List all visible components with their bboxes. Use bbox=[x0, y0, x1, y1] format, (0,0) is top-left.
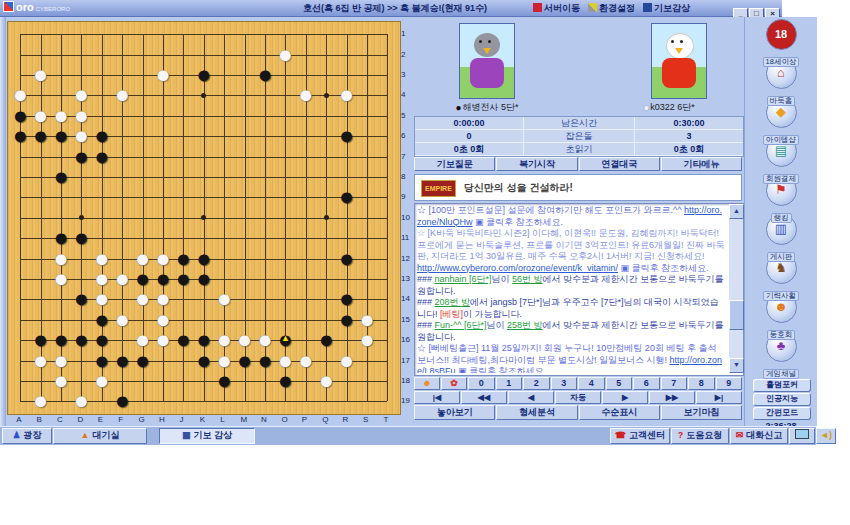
sidebar-item-label: 게임채널 bbox=[763, 369, 799, 379]
column-label: R bbox=[343, 415, 349, 424]
taskbar: ♟광장▲대기실▦기보 감상☎고객센터?도움요청✉대화신고◄) bbox=[0, 426, 816, 445]
adult-18-icon: 18 bbox=[766, 19, 797, 50]
white-stone: ● bbox=[133, 289, 153, 309]
chat-message: ### nanhain [6단*]님이 56번 방에서 맞수분과 제한시간 보통… bbox=[417, 274, 725, 297]
chat-messages: ☆ [100만 포인트설문] 설문에 참여하기만 해도 포인트가 와르르.^^ … bbox=[417, 205, 725, 373]
chat-link[interactable]: http://www.cyberoro.com/orozone/event/k_… bbox=[417, 263, 618, 273]
server-move-icon bbox=[533, 3, 542, 12]
black-stone: ● bbox=[214, 371, 234, 391]
chat-link[interactable]: nanhain [6단*] bbox=[435, 274, 492, 284]
end-viewing-button[interactable]: 보기마침 bbox=[661, 405, 742, 420]
sidebar: 2:36:28 1818세이상⌂바둑홈◆아이템샵▤회원결제⚑랭킹▥게시판♞기력사… bbox=[744, 17, 817, 426]
black-stone-icon: ● bbox=[455, 102, 461, 113]
column-label: S bbox=[363, 415, 368, 424]
speaker-button[interactable]: ◄) bbox=[816, 428, 836, 444]
white-stone: ● bbox=[357, 330, 377, 350]
taskbar-game-view-button[interactable]: ▦기보 감상 bbox=[159, 428, 255, 444]
white-stone: ● bbox=[337, 351, 357, 371]
row-label: 1 bbox=[401, 29, 405, 38]
sidebar-item-home[interactable]: ⌂바둑홈 bbox=[749, 58, 813, 95]
column-label: M bbox=[241, 415, 248, 424]
white-player-avatar bbox=[651, 23, 707, 99]
scroll-down-button[interactable]: ▼ bbox=[729, 358, 744, 373]
emoticon-button[interactable]: ☻ bbox=[414, 377, 440, 390]
remaining-time-label: 남은시간 bbox=[523, 117, 635, 129]
digit-0-button[interactable]: 0 bbox=[468, 377, 495, 390]
chat-link[interactable]: 208번 방 bbox=[435, 297, 471, 307]
star-point bbox=[201, 93, 206, 98]
settings-icon bbox=[588, 3, 597, 12]
byoyomi-label: 초읽기 bbox=[523, 143, 635, 155]
row-label: 16 bbox=[401, 335, 410, 344]
column-label: B bbox=[37, 415, 42, 424]
chat-link[interactable]: 56번 방 bbox=[512, 274, 543, 284]
etc-menu-button[interactable]: 기타메뉴 bbox=[661, 157, 742, 171]
game-info-panel: ●해병전사 5단* ●k0322 6단* 0:00:00남은시간0:30:000… bbox=[412, 17, 744, 426]
nav-auto-button[interactable]: 자동 bbox=[555, 391, 601, 404]
white-stone: ● bbox=[92, 289, 112, 309]
row-label: 7 bbox=[401, 152, 405, 161]
white-stone: ● bbox=[51, 269, 71, 289]
white-stone: ● bbox=[153, 330, 173, 350]
black-stone: ● bbox=[173, 269, 193, 289]
sidebar-item-item-shop[interactable]: ◆아이템샵 bbox=[749, 97, 813, 134]
column-label: T bbox=[383, 415, 388, 424]
black-stone: ● bbox=[316, 330, 336, 350]
record-view-icon bbox=[643, 3, 652, 12]
digit-7-button[interactable]: 7 bbox=[661, 377, 688, 390]
plaza-icon: ♟ bbox=[12, 430, 20, 440]
column-label: F bbox=[118, 415, 123, 424]
white-stone-icon: ● bbox=[643, 102, 649, 113]
scroll-up-button[interactable]: ▲ bbox=[729, 204, 744, 219]
black-stone: ● bbox=[337, 249, 357, 269]
territory-analysis-button[interactable]: 형세분석 bbox=[496, 405, 577, 420]
white-stone: ● bbox=[10, 85, 30, 105]
black-stone: ● bbox=[235, 351, 255, 371]
nav-first-button[interactable]: |◀ bbox=[414, 391, 460, 404]
white-player-name: ●k0322 6단* bbox=[594, 101, 744, 114]
try-move-button[interactable]: 놓아보기 bbox=[414, 405, 495, 420]
black-stone: ● bbox=[71, 147, 91, 167]
digit-4-button[interactable]: 4 bbox=[578, 377, 605, 390]
digit-2-button[interactable]: 2 bbox=[523, 377, 550, 390]
column-label: N bbox=[261, 415, 267, 424]
customer-center-button[interactable]: ☎고객센터 bbox=[610, 428, 670, 444]
digit-5-button[interactable]: 5 bbox=[606, 377, 633, 390]
row-label: 14 bbox=[401, 294, 410, 303]
star-point bbox=[201, 215, 206, 220]
chat-message: ### Fun-^^ [6단*]님이 258번 방에서 맞수분과 제한시간 보통… bbox=[417, 320, 725, 343]
white-stone: ● bbox=[31, 351, 51, 371]
ai-button[interactable]: 인공지능 bbox=[753, 393, 811, 406]
ad-banner-text: 당신만의 성을 건설하라! bbox=[464, 182, 573, 193]
chat-area: ☆ [100만 포인트설문] 설문에 참여하기만 해도 포인트가 와르르.^^ … bbox=[414, 203, 744, 376]
holdem-poker-button[interactable]: 홀덤포커 bbox=[753, 379, 811, 392]
black-stone: ● bbox=[194, 269, 214, 289]
white-stone: ● bbox=[112, 85, 132, 105]
white-stone: ● bbox=[51, 371, 71, 391]
move-numbers-button[interactable]: 수순표시 bbox=[579, 405, 660, 420]
title-bar: oroCYBERORO 호선(흑 6집 반 공제) >> 흑 불계승!(현재 9… bbox=[0, 0, 782, 17]
row-label: 6 bbox=[401, 131, 405, 140]
board-panel: ●●●●●●●●●●●●●●●●●●●●●●●●●●●●●●●●▲●●●●●●●… bbox=[0, 17, 413, 426]
column-label: J bbox=[179, 415, 183, 424]
white-stone: ● bbox=[316, 371, 336, 391]
chat-message: ☆ [K바둑 바둑비타민 시즌2] 이다혜, 이현욱!! 문도원, 김혜림까지!… bbox=[417, 228, 725, 263]
help-request-button[interactable]: ?도움요청 bbox=[671, 428, 729, 444]
white-stone: ● bbox=[92, 371, 112, 391]
black-stone: ● bbox=[92, 147, 112, 167]
black-stone: ● bbox=[337, 126, 357, 146]
white-stone: ● bbox=[31, 65, 51, 85]
row-label: 13 bbox=[401, 274, 410, 283]
time-table: 0:00:00남은시간0:30:000잡은돌30초 0회초읽기0초 0회 bbox=[414, 116, 744, 157]
record-question-button[interactable]: 기보질문 bbox=[414, 157, 495, 171]
column-label: D bbox=[77, 415, 83, 424]
chat-message: ☆ [뻐베팅출근] 11월 25일까지! 회원 누구나! 10만점베팅 20회 … bbox=[417, 343, 725, 373]
oro-logo: oroCYBERORO bbox=[3, 1, 70, 13]
white-stone: ● bbox=[112, 310, 132, 330]
oro-logo-subtext: CYBERORO bbox=[36, 6, 70, 12]
column-label: C bbox=[57, 415, 63, 424]
column-label: P bbox=[302, 415, 307, 424]
sidebar-item-club[interactable]: ☻동호회 bbox=[749, 292, 813, 329]
black-stone: ● bbox=[71, 289, 91, 309]
goban[interactable]: ●●●●●●●●●●●●●●●●●●●●●●●●●●●●●●●●▲●●●●●●●… bbox=[7, 21, 401, 415]
row-label: 3 bbox=[401, 70, 405, 79]
row-label: 17 bbox=[401, 356, 410, 365]
title-gap bbox=[782, 0, 816, 17]
column-label: H bbox=[159, 415, 165, 424]
column-label: O bbox=[281, 415, 287, 424]
sidebar-item-payment[interactable]: ▤회원결제 bbox=[749, 136, 813, 173]
last-move-marker: ▲ bbox=[275, 334, 295, 343]
monitor-button[interactable] bbox=[789, 428, 815, 444]
chat-message: ### 208번 방에서 jangsb [7단*]님과 우주고수 [7단*]님의… bbox=[417, 297, 725, 320]
chat-link[interactable]: Fun-^^ [6단*] bbox=[435, 320, 487, 330]
chat-message: http://www.cyberoro.com/orozone/event/k_… bbox=[417, 263, 725, 275]
linked-game-button[interactable]: 연결대국 bbox=[579, 157, 660, 171]
app-window: oroCYBERORO 호선(흑 6집 반 공제) >> 흑 불계승!(현재 9… bbox=[0, 0, 816, 444]
title-menu: 서버이동환경설정기보감상 bbox=[525, 2, 690, 15]
black-remaining-time: 0:00:00 bbox=[415, 117, 523, 129]
column-label: Q bbox=[322, 415, 328, 424]
white-stone: ● bbox=[51, 106, 71, 126]
sidebar-item-ranking[interactable]: ⚑랭킹 bbox=[749, 175, 813, 212]
avatar-art bbox=[666, 33, 694, 59]
row-label: 19 bbox=[401, 396, 410, 405]
sidebar-item-bulletin-board[interactable]: ▥게시판 bbox=[749, 214, 813, 251]
white-stone: ● bbox=[153, 249, 173, 269]
title-menu-server-move[interactable]: 서버이동 bbox=[533, 3, 580, 13]
black-byoyomi: 0초 0회 bbox=[415, 143, 523, 155]
column-label: L bbox=[220, 415, 224, 424]
black-stone: ● bbox=[194, 65, 214, 85]
game-title: 호선(흑 6집 반 공제) >> 흑 불계승!(현재 91수) bbox=[230, 2, 560, 15]
waiting-room-icon: ▲ bbox=[81, 430, 90, 440]
digit-9-button[interactable]: 9 bbox=[716, 377, 743, 390]
black-stone: ● bbox=[337, 187, 357, 207]
white-remaining-time: 0:30:00 bbox=[635, 117, 743, 129]
white-stone: ● bbox=[296, 85, 316, 105]
sidebar-item-life-death[interactable]: ♞기력사활 bbox=[749, 253, 813, 290]
digit-3-button[interactable]: 3 bbox=[551, 377, 578, 390]
white-stone: ● bbox=[31, 391, 51, 411]
white-stone: ● bbox=[71, 391, 91, 411]
row-label: 8 bbox=[401, 172, 405, 181]
digit-6-button[interactable]: 6 bbox=[633, 377, 660, 390]
white-stone: ● bbox=[275, 351, 295, 371]
white-stone: ● bbox=[337, 85, 357, 105]
help-icon: ? bbox=[678, 430, 684, 440]
row-label: 18 bbox=[401, 376, 410, 385]
black-captured-stones: 0 bbox=[415, 130, 523, 142]
black-stone: ● bbox=[31, 126, 51, 146]
screen: oroCYBERORO 호선(흑 6집 반 공제) >> 흑 불계승!(현재 9… bbox=[0, 0, 850, 525]
ad-banner[interactable]: EMPIRE당신만의 성을 건설하라! bbox=[414, 174, 742, 201]
white-stone: ● bbox=[214, 289, 234, 309]
white-stone: ● bbox=[71, 126, 91, 146]
oro-logo-icon bbox=[3, 1, 14, 12]
black-stone: ● bbox=[10, 126, 30, 146]
nav-fast-back-button[interactable]: ◀◀ bbox=[461, 391, 507, 404]
black-player-avatar bbox=[459, 23, 515, 99]
taskbar-waiting-room-button[interactable]: ▲대기실 bbox=[53, 428, 147, 444]
black-stone: ● bbox=[51, 167, 71, 187]
move-navigation-row: |◀◀◀◀자동▶▶▶▶| bbox=[414, 391, 742, 404]
review-start-button[interactable]: 복기시작 bbox=[496, 157, 577, 171]
row-label: 4 bbox=[401, 90, 405, 99]
white-stone: ● bbox=[235, 330, 255, 350]
white-stone: ● bbox=[133, 249, 153, 269]
title-menu-settings[interactable]: 환경설정 bbox=[588, 3, 635, 13]
captured-stones-label: 잡은돌 bbox=[523, 130, 635, 142]
black-stone: ● bbox=[255, 65, 275, 85]
row-label: 10 bbox=[401, 213, 410, 222]
column-label: A bbox=[16, 415, 21, 424]
column-label: K bbox=[200, 415, 205, 424]
board-left-strip bbox=[0, 17, 6, 426]
chat-message: ☆ [100만 포인트설문] 설문에 참여하기만 해도 포인트가 와르르.^^ … bbox=[417, 205, 725, 228]
sidebar-item-adult-18[interactable]: 1818세이상 bbox=[749, 19, 813, 56]
sidebar-item-game-channel[interactable]: ♣게임채널 bbox=[749, 331, 813, 368]
nav-forward-button[interactable]: ▶ bbox=[602, 391, 648, 404]
black-stone: ● bbox=[71, 330, 91, 350]
star-point bbox=[324, 215, 329, 220]
action-button-row: 놓아보기형세분석수순표시보기마침 bbox=[414, 405, 742, 420]
game-record-icon: ▦ bbox=[182, 430, 191, 440]
white-stone: ● bbox=[153, 65, 173, 85]
chat-scrollbar[interactable]: ▲ ▼ bbox=[729, 204, 743, 373]
black-stone: ● bbox=[337, 310, 357, 330]
column-label: G bbox=[139, 415, 145, 424]
chat-link[interactable]: 258번 방 bbox=[507, 320, 543, 330]
digit-1-button[interactable]: 1 bbox=[496, 377, 523, 390]
flower-emoticon-button[interactable]: ✿ bbox=[441, 377, 467, 390]
star-point bbox=[79, 215, 84, 220]
nav-last-button[interactable]: ▶| bbox=[696, 391, 742, 404]
black-stone: ● bbox=[255, 351, 275, 371]
black-stone: ● bbox=[194, 351, 214, 371]
digit-button-row: ☻✿0123456789 bbox=[414, 377, 742, 390]
row-label: 9 bbox=[401, 192, 405, 201]
empire-logo: EMPIRE bbox=[421, 180, 456, 197]
phone-icon: ☎ bbox=[615, 430, 626, 440]
star-point bbox=[324, 93, 329, 98]
digit-8-button[interactable]: 8 bbox=[688, 377, 715, 390]
nav-fast-forward-button[interactable]: ▶▶ bbox=[649, 391, 695, 404]
simple-mode-button[interactable]: 간편모드 bbox=[753, 407, 811, 420]
black-stone: ● bbox=[173, 330, 193, 350]
scroll-thumb[interactable] bbox=[729, 300, 744, 330]
monitor-icon bbox=[795, 429, 809, 439]
taskbar-plaza-button[interactable]: ♟광장 bbox=[2, 428, 52, 444]
record-button-row: 기보질문복기시작연결대국기타메뉴 bbox=[414, 157, 742, 171]
title-menu-record-view[interactable]: 기보감상 bbox=[643, 3, 690, 13]
white-stone: ● bbox=[133, 330, 153, 350]
black-player-name: ●해병전사 5단* bbox=[412, 101, 562, 114]
white-stone: ● bbox=[296, 351, 316, 371]
row-label: 12 bbox=[401, 254, 410, 263]
white-byoyomi: 0초 0회 bbox=[635, 143, 743, 155]
white-stone: ● bbox=[31, 106, 51, 126]
black-stone: ● bbox=[275, 371, 295, 391]
white-stone: ● bbox=[255, 330, 275, 350]
black-stone: ● bbox=[71, 228, 91, 248]
nav-back-button[interactable]: ◀ bbox=[508, 391, 554, 404]
black-stone: ● bbox=[51, 126, 71, 146]
black-stone: ● bbox=[112, 391, 132, 411]
white-captured-stones: 3 bbox=[635, 130, 743, 142]
row-label: 5 bbox=[401, 111, 405, 120]
white-stone: ● bbox=[112, 269, 132, 289]
row-label: 2 bbox=[401, 50, 405, 59]
black-stone: ● bbox=[133, 351, 153, 371]
column-label: E bbox=[98, 415, 103, 424]
mail-icon: ✉ bbox=[736, 430, 744, 440]
white-stone: ● bbox=[214, 351, 234, 371]
chat-report-button[interactable]: ✉대화신고 bbox=[730, 428, 788, 444]
row-label: 15 bbox=[401, 315, 410, 324]
white-stone: ● bbox=[275, 45, 295, 65]
black-stone: ● bbox=[112, 351, 132, 371]
row-label: 11 bbox=[401, 233, 409, 242]
oro-logo-text: oro bbox=[16, 1, 34, 13]
